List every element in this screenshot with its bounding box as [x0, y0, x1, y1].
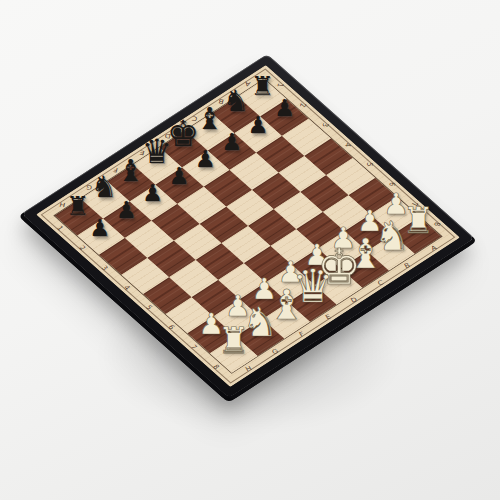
- piece-white-rook[interactable]: ♜: [218, 323, 250, 359]
- piece-black-rook[interactable]: ♜: [251, 73, 274, 99]
- piece-black-bishop[interactable]: ♝: [117, 155, 144, 185]
- pieces-layer: ♜♞♟♝♟♚♟♛♟♝♟♞♟♟♜♟♟♜♟♟♞♟♝♟♚♟♛♟♝♟♞♜: [0, 0, 500, 500]
- piece-black-pawn[interactable]: ♟: [142, 181, 163, 204]
- piece-black-rook[interactable]: ♜: [66, 193, 89, 219]
- piece-black-knight[interactable]: ♞: [91, 173, 117, 203]
- piece-black-bishop[interactable]: ♝: [196, 104, 223, 134]
- piece-black-pawn[interactable]: ♟: [195, 147, 216, 170]
- piece-black-knight[interactable]: ♞: [223, 87, 249, 117]
- piece-black-pawn[interactable]: ♟: [221, 130, 242, 153]
- piece-black-pawn[interactable]: ♟: [248, 113, 269, 136]
- piece-black-pawn[interactable]: ♟: [90, 216, 111, 239]
- piece-black-pawn[interactable]: ♟: [169, 164, 190, 187]
- product-photo-scene: 11AA22BB33CC44DD55EE66FF77GG88HH ♜♞♟♝♟♚♟…: [0, 0, 500, 500]
- piece-black-pawn[interactable]: ♟: [274, 96, 295, 119]
- piece-black-queen[interactable]: ♛: [142, 135, 172, 169]
- piece-black-pawn[interactable]: ♟: [116, 198, 137, 221]
